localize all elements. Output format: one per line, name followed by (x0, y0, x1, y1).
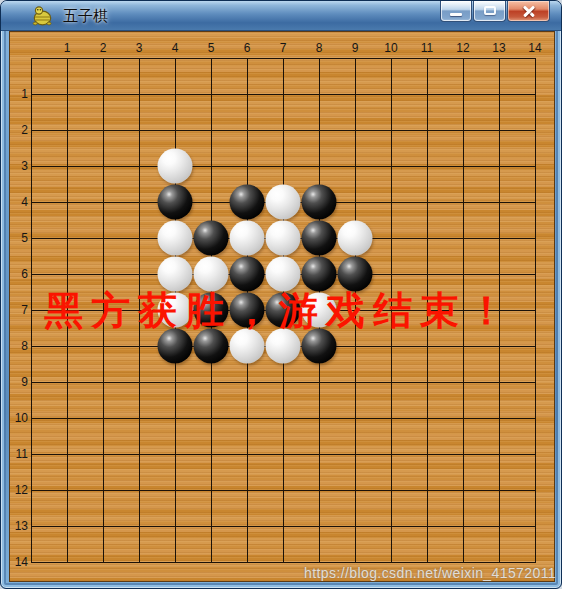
watermark: https://blog.csdn.net/weixin_41572011 (304, 565, 556, 581)
stone-black (302, 257, 337, 292)
stone-white (158, 257, 193, 292)
row-label: 11 (10, 447, 28, 461)
row-label: 1 (10, 87, 28, 101)
stone-black (302, 221, 337, 256)
row-label: 13 (10, 519, 28, 533)
win-message: 黑方获胜，游戏结束！ (44, 291, 514, 331)
stone-black (302, 329, 337, 364)
col-label: 7 (280, 41, 287, 55)
col-label: 1 (64, 41, 71, 55)
stone-black (230, 257, 265, 292)
row-label: 4 (10, 195, 28, 209)
app-icon-turtle[interactable] (31, 5, 53, 26)
col-label: 3 (136, 41, 143, 55)
col-label: 14 (528, 41, 541, 55)
row-label: 9 (10, 375, 28, 389)
stone-black (194, 329, 229, 364)
stone-black (230, 185, 265, 220)
stone-white (338, 221, 373, 256)
stone-black (338, 257, 373, 292)
col-label: 6 (244, 41, 251, 55)
close-button[interactable] (507, 1, 550, 22)
col-label: 4 (172, 41, 179, 55)
stone-white (194, 257, 229, 292)
row-label: 14 (10, 555, 28, 569)
col-label: 13 (492, 41, 505, 55)
stone-white (158, 221, 193, 256)
title-bar[interactable]: 五子棋 (1, 1, 561, 31)
stone-white (266, 185, 301, 220)
row-label: 3 (10, 159, 28, 173)
col-label: 12 (456, 41, 469, 55)
col-label: 10 (384, 41, 397, 55)
stone-white (266, 257, 301, 292)
stone-white (266, 329, 301, 364)
row-label: 8 (10, 339, 28, 353)
minimize-button[interactable] (440, 1, 472, 22)
maximize-icon (484, 6, 496, 15)
gomoku-window: 五子棋 1234567891011121314 1234567891011121… (0, 0, 562, 589)
stone-white (266, 221, 301, 256)
maximize-button[interactable] (473, 1, 506, 22)
stone-black (302, 185, 337, 220)
stone-white (230, 329, 265, 364)
row-label: 2 (10, 123, 28, 137)
row-label: 7 (10, 303, 28, 317)
board-canvas[interactable]: 1234567891011121314 1234567891011121314 … (9, 31, 555, 582)
row-label: 10 (10, 411, 28, 425)
stone-black (194, 221, 229, 256)
col-label: 8 (316, 41, 323, 55)
row-label: 6 (10, 267, 28, 281)
stone-white (158, 149, 193, 184)
minimize-icon (450, 13, 462, 16)
col-label: 5 (208, 41, 215, 55)
col-label: 9 (352, 41, 359, 55)
stone-black (158, 329, 193, 364)
close-icon (521, 3, 537, 19)
window-title: 五子棋 (63, 7, 108, 26)
stone-white (230, 221, 265, 256)
stone-black (158, 185, 193, 220)
window-controls (439, 1, 550, 22)
col-label: 2 (100, 41, 107, 55)
row-label: 12 (10, 483, 28, 497)
col-label: 11 (421, 41, 433, 55)
row-label: 5 (10, 231, 28, 245)
